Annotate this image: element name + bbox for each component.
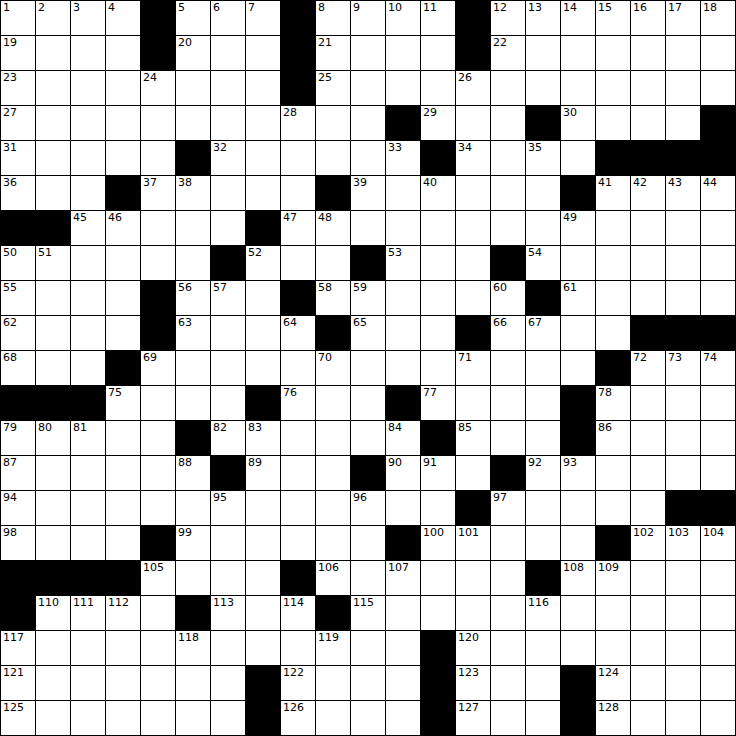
cell-r6-c18[interactable] [631,211,666,246]
cell-r18-c13[interactable]: 120 [456,631,491,666]
cell-r7-c18[interactable] [631,246,666,281]
cell-r1-c19[interactable] [666,36,701,71]
cell-r5-c7[interactable] [246,176,281,211]
cell-r13-c1[interactable] [36,456,71,491]
cell-r14-c7[interactable] [246,491,281,526]
cell-r5-c10[interactable]: 39 [351,176,386,211]
cell-r16-c18[interactable] [631,561,666,596]
cell-r16-c14[interactable] [491,561,526,596]
cell-r4-c7[interactable] [246,141,281,176]
cell-r3-c1[interactable] [36,106,71,141]
cell-r2-c14[interactable] [491,71,526,106]
cell-r17-c12[interactable] [421,596,456,631]
cell-r14-c5[interactable] [176,491,211,526]
cell-r3-c2[interactable] [71,106,106,141]
cell-r13-c7[interactable]: 89 [246,456,281,491]
cell-r17-c4[interactable] [141,596,176,631]
cell-r13-c12[interactable]: 91 [421,456,456,491]
cell-r11-c12[interactable]: 77 [421,386,456,421]
cell-r13-c16[interactable]: 93 [561,456,596,491]
cell-r12-c19[interactable] [666,421,701,456]
cell-r8-c17[interactable] [596,281,631,316]
cell-r1-c0[interactable]: 19 [1,36,36,71]
cell-r18-c3[interactable] [106,631,141,666]
cell-r16-c5[interactable] [176,561,211,596]
cell-r14-c15[interactable] [526,491,561,526]
cell-r14-c18[interactable] [631,491,666,526]
cell-r2-c17[interactable] [596,71,631,106]
cell-r19-c13[interactable]: 123 [456,666,491,701]
cell-r12-c11[interactable]: 84 [386,421,421,456]
cell-r15-c6[interactable] [211,526,246,561]
cell-r8-c14[interactable]: 60 [491,281,526,316]
cell-r10-c2[interactable] [71,351,106,386]
cell-r18-c20[interactable] [701,631,736,666]
cell-r4-c8[interactable] [281,141,316,176]
cell-r5-c5[interactable]: 38 [176,176,211,211]
cell-r0-c9[interactable]: 8 [316,1,351,36]
cell-r6-c19[interactable] [666,211,701,246]
cell-r0-c20[interactable]: 18 [701,1,736,36]
cell-r10-c10[interactable] [351,351,386,386]
cell-r16-c17[interactable]: 109 [596,561,631,596]
cell-r6-c15[interactable] [526,211,561,246]
cell-r16-c13[interactable] [456,561,491,596]
cell-r12-c0[interactable]: 79 [1,421,36,456]
cell-r13-c20[interactable] [701,456,736,491]
cell-r17-c11[interactable] [386,596,421,631]
cell-r9-c15[interactable]: 67 [526,316,561,351]
cell-r16-c10[interactable] [351,561,386,596]
cell-r6-c9[interactable]: 48 [316,211,351,246]
cell-r20-c18[interactable] [631,701,666,736]
cell-r6-c20[interactable] [701,211,736,246]
cell-r0-c3[interactable]: 4 [106,1,141,36]
cell-r9-c17[interactable] [596,316,631,351]
cell-r18-c17[interactable] [596,631,631,666]
cell-r9-c10[interactable]: 65 [351,316,386,351]
cell-r4-c4[interactable] [141,141,176,176]
cell-r3-c3[interactable] [106,106,141,141]
cell-r15-c1[interactable] [36,526,71,561]
cell-r19-c8[interactable]: 122 [281,666,316,701]
cell-r12-c3[interactable] [106,421,141,456]
cell-r15-c12[interactable]: 100 [421,526,456,561]
cell-r7-c4[interactable] [141,246,176,281]
cell-r0-c5[interactable]: 5 [176,1,211,36]
cell-r6-c14[interactable] [491,211,526,246]
cell-r6-c10[interactable] [351,211,386,246]
cell-r9-c16[interactable] [561,316,596,351]
cell-r2-c20[interactable] [701,71,736,106]
cell-r16-c11[interactable]: 107 [386,561,421,596]
cell-r18-c16[interactable] [561,631,596,666]
cell-r18-c8[interactable] [281,631,316,666]
cell-r1-c16[interactable] [561,36,596,71]
cell-r2-c7[interactable] [246,71,281,106]
cell-r1-c6[interactable] [211,36,246,71]
cell-r1-c15[interactable] [526,36,561,71]
cell-r19-c15[interactable] [526,666,561,701]
cell-r12-c20[interactable] [701,421,736,456]
cell-r13-c4[interactable] [141,456,176,491]
cell-r9-c6[interactable] [211,316,246,351]
cell-r0-c7[interactable]: 7 [246,1,281,36]
cell-r6-c4[interactable] [141,211,176,246]
cell-r16-c20[interactable] [701,561,736,596]
cell-r2-c3[interactable] [106,71,141,106]
cell-r10-c20[interactable]: 74 [701,351,736,386]
cell-r6-c6[interactable] [211,211,246,246]
cell-r18-c9[interactable]: 119 [316,631,351,666]
cell-r17-c10[interactable]: 115 [351,596,386,631]
cell-r1-c12[interactable] [421,36,456,71]
cell-r1-c17[interactable] [596,36,631,71]
cell-r3-c8[interactable]: 28 [281,106,316,141]
cell-r20-c2[interactable] [71,701,106,736]
cell-r9-c1[interactable] [36,316,71,351]
cell-r20-c6[interactable] [211,701,246,736]
cell-r3-c19[interactable] [666,106,701,141]
cell-r14-c14[interactable]: 97 [491,491,526,526]
cell-r4-c16[interactable] [561,141,596,176]
cell-r15-c19[interactable]: 103 [666,526,701,561]
cell-r3-c12[interactable]: 29 [421,106,456,141]
cell-r9-c2[interactable] [71,316,106,351]
cell-r2-c15[interactable] [526,71,561,106]
cell-r10-c9[interactable]: 70 [316,351,351,386]
cell-r8-c19[interactable] [666,281,701,316]
cell-r20-c15[interactable] [526,701,561,736]
cell-r14-c10[interactable]: 96 [351,491,386,526]
cell-r1-c18[interactable] [631,36,666,71]
cell-r15-c0[interactable]: 98 [1,526,36,561]
cell-r13-c13[interactable] [456,456,491,491]
cell-r10-c7[interactable] [246,351,281,386]
cell-r11-c15[interactable] [526,386,561,421]
cell-r20-c19[interactable] [666,701,701,736]
cell-r3-c17[interactable] [596,106,631,141]
cell-r14-c3[interactable] [106,491,141,526]
cell-r6-c11[interactable] [386,211,421,246]
cell-r7-c5[interactable] [176,246,211,281]
cell-r3-c14[interactable] [491,106,526,141]
cell-r9-c7[interactable] [246,316,281,351]
cell-r6-c2[interactable]: 45 [71,211,106,246]
cell-r10-c0[interactable]: 68 [1,351,36,386]
cell-r7-c20[interactable] [701,246,736,281]
cell-r12-c7[interactable]: 83 [246,421,281,456]
cell-r11-c10[interactable] [351,386,386,421]
cell-r11-c18[interactable] [631,386,666,421]
cell-r5-c4[interactable]: 37 [141,176,176,211]
cell-r2-c11[interactable] [386,71,421,106]
cell-r16-c4[interactable]: 105 [141,561,176,596]
cell-r18-c6[interactable] [211,631,246,666]
cell-r0-c2[interactable]: 3 [71,1,106,36]
cell-r1-c1[interactable] [36,36,71,71]
cell-r18-c7[interactable] [246,631,281,666]
cell-r3-c9[interactable] [316,106,351,141]
cell-r7-c11[interactable]: 53 [386,246,421,281]
cell-r5-c8[interactable] [281,176,316,211]
cell-r9-c0[interactable]: 62 [1,316,36,351]
cell-r7-c8[interactable] [281,246,316,281]
cell-r3-c13[interactable] [456,106,491,141]
cell-r18-c18[interactable] [631,631,666,666]
cell-r14-c6[interactable]: 95 [211,491,246,526]
cell-r8-c13[interactable] [456,281,491,316]
cell-r17-c2[interactable]: 111 [71,596,106,631]
cell-r11-c17[interactable]: 78 [596,386,631,421]
cell-r5-c0[interactable]: 36 [1,176,36,211]
cell-r5-c6[interactable] [211,176,246,211]
cell-r5-c15[interactable] [526,176,561,211]
cell-r10-c11[interactable] [386,351,421,386]
cell-r5-c20[interactable]: 44 [701,176,736,211]
cell-r12-c6[interactable]: 82 [211,421,246,456]
cell-r4-c10[interactable] [351,141,386,176]
cell-r11-c4[interactable] [141,386,176,421]
cell-r16-c12[interactable] [421,561,456,596]
cell-r12-c2[interactable]: 81 [71,421,106,456]
cell-r18-c4[interactable] [141,631,176,666]
cell-r10-c18[interactable]: 72 [631,351,666,386]
cell-r5-c1[interactable] [36,176,71,211]
cell-r13-c8[interactable] [281,456,316,491]
cell-r19-c9[interactable] [316,666,351,701]
cell-r0-c17[interactable]: 15 [596,1,631,36]
cell-r20-c10[interactable] [351,701,386,736]
cell-r3-c10[interactable] [351,106,386,141]
cell-r10-c4[interactable]: 69 [141,351,176,386]
cell-r2-c16[interactable] [561,71,596,106]
cell-r3-c16[interactable]: 30 [561,106,596,141]
cell-r10-c1[interactable] [36,351,71,386]
cell-r1-c9[interactable]: 21 [316,36,351,71]
cell-r17-c7[interactable] [246,596,281,631]
cell-r5-c19[interactable]: 43 [666,176,701,211]
cell-r9-c14[interactable]: 66 [491,316,526,351]
cell-r20-c3[interactable] [106,701,141,736]
cell-r12-c1[interactable]: 80 [36,421,71,456]
cell-r5-c13[interactable] [456,176,491,211]
cell-r1-c3[interactable] [106,36,141,71]
cell-r20-c1[interactable] [36,701,71,736]
cell-r11-c8[interactable]: 76 [281,386,316,421]
cell-r4-c13[interactable]: 34 [456,141,491,176]
cell-r13-c0[interactable]: 87 [1,456,36,491]
cell-r18-c1[interactable] [36,631,71,666]
cell-r13-c17[interactable] [596,456,631,491]
cell-r5-c18[interactable]: 42 [631,176,666,211]
cell-r8-c7[interactable] [246,281,281,316]
cell-r19-c14[interactable] [491,666,526,701]
cell-r14-c4[interactable] [141,491,176,526]
cell-r11-c19[interactable] [666,386,701,421]
cell-r8-c11[interactable] [386,281,421,316]
cell-r9-c11[interactable] [386,316,421,351]
cell-r19-c18[interactable] [631,666,666,701]
cell-r3-c5[interactable] [176,106,211,141]
cell-r4-c11[interactable]: 33 [386,141,421,176]
cell-r4-c0[interactable]: 31 [1,141,36,176]
cell-r15-c16[interactable] [561,526,596,561]
cell-r14-c9[interactable] [316,491,351,526]
cell-r14-c12[interactable] [421,491,456,526]
cell-r0-c14[interactable]: 12 [491,1,526,36]
cell-r13-c3[interactable] [106,456,141,491]
cell-r6-c5[interactable] [176,211,211,246]
cell-r0-c16[interactable]: 14 [561,1,596,36]
cell-r1-c7[interactable] [246,36,281,71]
cell-r8-c18[interactable] [631,281,666,316]
cell-r11-c3[interactable]: 75 [106,386,141,421]
cell-r19-c19[interactable] [666,666,701,701]
cell-r10-c6[interactable] [211,351,246,386]
cell-r10-c14[interactable] [491,351,526,386]
cell-r2-c19[interactable] [666,71,701,106]
cell-r6-c16[interactable]: 49 [561,211,596,246]
cell-r3-c0[interactable]: 27 [1,106,36,141]
cell-r11-c13[interactable] [456,386,491,421]
cell-r0-c10[interactable]: 9 [351,1,386,36]
cell-r20-c4[interactable] [141,701,176,736]
cell-r6-c8[interactable]: 47 [281,211,316,246]
cell-r10-c12[interactable] [421,351,456,386]
cell-r15-c3[interactable] [106,526,141,561]
cell-r20-c9[interactable] [316,701,351,736]
cell-r19-c4[interactable] [141,666,176,701]
cell-r19-c1[interactable] [36,666,71,701]
cell-r5-c14[interactable] [491,176,526,211]
cell-r6-c17[interactable] [596,211,631,246]
cell-r20-c8[interactable]: 126 [281,701,316,736]
cell-r10-c15[interactable] [526,351,561,386]
cell-r4-c1[interactable] [36,141,71,176]
cell-r10-c8[interactable] [281,351,316,386]
cell-r2-c4[interactable]: 24 [141,71,176,106]
cell-r11-c5[interactable] [176,386,211,421]
cell-r7-c0[interactable]: 50 [1,246,36,281]
cell-r13-c5[interactable]: 88 [176,456,211,491]
cell-r7-c3[interactable] [106,246,141,281]
cell-r13-c15[interactable]: 92 [526,456,561,491]
cell-r1-c20[interactable] [701,36,736,71]
cell-r17-c1[interactable]: 110 [36,596,71,631]
cell-r5-c12[interactable]: 40 [421,176,456,211]
cell-r19-c17[interactable]: 124 [596,666,631,701]
cell-r12-c9[interactable] [316,421,351,456]
cell-r12-c13[interactable]: 85 [456,421,491,456]
cell-r17-c16[interactable] [561,596,596,631]
cell-r6-c13[interactable] [456,211,491,246]
cell-r3-c4[interactable] [141,106,176,141]
cell-r14-c1[interactable] [36,491,71,526]
cell-r15-c8[interactable] [281,526,316,561]
cell-r20-c13[interactable]: 127 [456,701,491,736]
cell-r13-c9[interactable] [316,456,351,491]
cell-r12-c17[interactable]: 86 [596,421,631,456]
cell-r0-c1[interactable]: 2 [36,1,71,36]
cell-r13-c2[interactable] [71,456,106,491]
cell-r15-c2[interactable] [71,526,106,561]
cell-r17-c17[interactable] [596,596,631,631]
cell-r18-c11[interactable] [386,631,421,666]
cell-r2-c2[interactable] [71,71,106,106]
cell-r1-c10[interactable] [351,36,386,71]
cell-r15-c18[interactable]: 102 [631,526,666,561]
cell-r8-c6[interactable]: 57 [211,281,246,316]
cell-r14-c2[interactable] [71,491,106,526]
cell-r12-c4[interactable] [141,421,176,456]
cell-r12-c14[interactable] [491,421,526,456]
cell-r17-c20[interactable] [701,596,736,631]
cell-r2-c6[interactable] [211,71,246,106]
cell-r15-c15[interactable] [526,526,561,561]
cell-r17-c14[interactable] [491,596,526,631]
cell-r14-c16[interactable] [561,491,596,526]
cell-r0-c0[interactable]: 1 [1,1,36,36]
cell-r13-c11[interactable]: 90 [386,456,421,491]
cell-r7-c17[interactable] [596,246,631,281]
cell-r19-c10[interactable] [351,666,386,701]
cell-r2-c10[interactable] [351,71,386,106]
cell-r0-c11[interactable]: 10 [386,1,421,36]
cell-r2-c9[interactable]: 25 [316,71,351,106]
cell-r17-c13[interactable] [456,596,491,631]
cell-r10-c5[interactable] [176,351,211,386]
cell-r19-c20[interactable] [701,666,736,701]
cell-r8-c1[interactable] [36,281,71,316]
cell-r8-c20[interactable] [701,281,736,316]
cell-r8-c10[interactable]: 59 [351,281,386,316]
cell-r4-c6[interactable]: 32 [211,141,246,176]
cell-r8-c5[interactable]: 56 [176,281,211,316]
cell-r15-c20[interactable]: 104 [701,526,736,561]
cell-r10-c16[interactable] [561,351,596,386]
cell-r17-c6[interactable]: 113 [211,596,246,631]
cell-r12-c8[interactable] [281,421,316,456]
cell-r8-c3[interactable] [106,281,141,316]
cell-r11-c6[interactable] [211,386,246,421]
cell-r2-c12[interactable] [421,71,456,106]
cell-r20-c17[interactable]: 128 [596,701,631,736]
cell-r4-c14[interactable] [491,141,526,176]
cell-r1-c2[interactable] [71,36,106,71]
cell-r15-c7[interactable] [246,526,281,561]
cell-r19-c6[interactable] [211,666,246,701]
cell-r1-c14[interactable]: 22 [491,36,526,71]
cell-r2-c18[interactable] [631,71,666,106]
cell-r15-c13[interactable]: 101 [456,526,491,561]
cell-r18-c0[interactable]: 117 [1,631,36,666]
cell-r15-c5[interactable]: 99 [176,526,211,561]
cell-r0-c15[interactable]: 13 [526,1,561,36]
cell-r5-c11[interactable] [386,176,421,211]
cell-r18-c5[interactable]: 118 [176,631,211,666]
cell-r4-c3[interactable] [106,141,141,176]
cell-r8-c2[interactable] [71,281,106,316]
cell-r7-c12[interactable] [421,246,456,281]
cell-r12-c10[interactable] [351,421,386,456]
cell-r0-c12[interactable]: 11 [421,1,456,36]
cell-r20-c5[interactable] [176,701,211,736]
cell-r18-c15[interactable] [526,631,561,666]
cell-r17-c19[interactable] [666,596,701,631]
cell-r8-c16[interactable]: 61 [561,281,596,316]
cell-r17-c15[interactable]: 116 [526,596,561,631]
